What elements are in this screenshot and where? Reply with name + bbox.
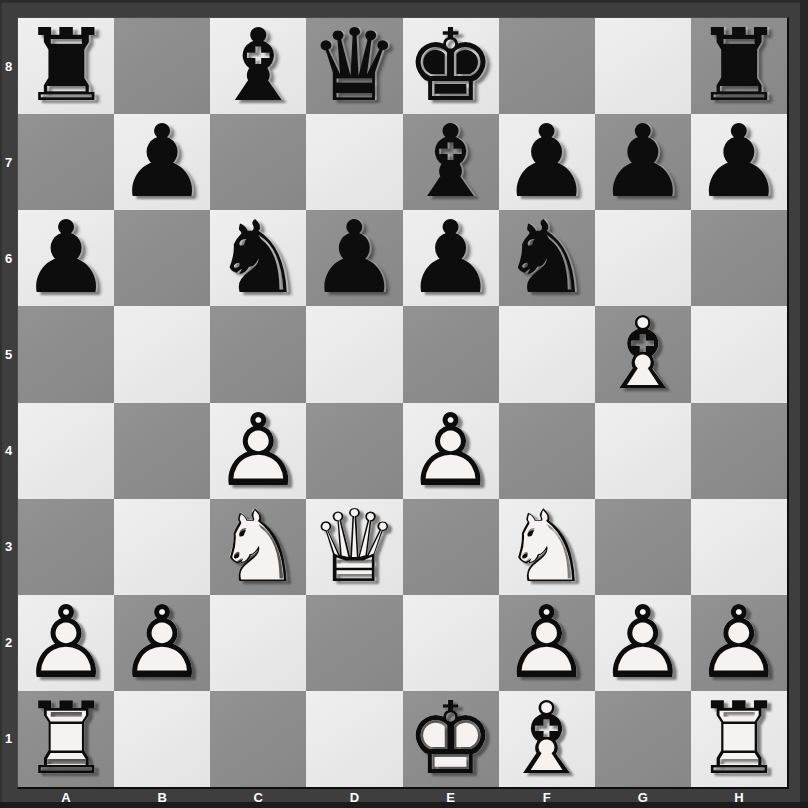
rank-label-3: 3 [0,499,17,595]
piece-outline-glyph: ♙ [595,595,691,691]
square-g3[interactable] [595,499,691,595]
piece-fill-glyph: ♟ [595,114,691,210]
square-h6[interactable] [691,210,787,306]
square-e5[interactable] [403,306,499,402]
piece-outline-glyph: ♗ [499,691,595,787]
square-b2[interactable]: ♟♙ [114,595,210,691]
rank-label-4: 4 [0,403,17,499]
rank-label-2: 2 [0,595,17,691]
piece-black-pawn[interactable]: ♟ [403,210,499,306]
file-label-a: A [18,789,114,806]
piece-white-bishop[interactable]: ♝♗ [595,306,691,402]
square-c7[interactable] [210,114,306,210]
piece-white-king[interactable]: ♚♔ [403,691,499,787]
square-a6[interactable]: ♟ [18,210,114,306]
square-a5[interactable] [18,306,114,402]
square-d1[interactable] [306,691,402,787]
rank-label-5: 5 [0,306,17,402]
file-label-c: C [210,789,306,806]
piece-fill-glyph: ♟ [18,210,114,306]
square-c1[interactable] [210,691,306,787]
square-g8[interactable] [595,18,691,114]
square-c3[interactable]: ♞♘ [210,499,306,595]
square-f4[interactable] [499,403,595,499]
piece-fill-glyph: ♟ [691,114,787,210]
square-a1[interactable]: ♜♖ [18,691,114,787]
piece-fill-glyph: ♜ [691,18,787,114]
square-h2[interactable]: ♟♙ [691,595,787,691]
square-c2[interactable] [210,595,306,691]
square-d7[interactable] [306,114,402,210]
piece-outline-glyph: ♖ [18,691,114,787]
square-h1[interactable]: ♜♖ [691,691,787,787]
square-c4[interactable]: ♟♙ [210,403,306,499]
piece-white-rook[interactable]: ♜♖ [691,691,787,787]
square-e6[interactable]: ♟ [403,210,499,306]
square-a7[interactable] [18,114,114,210]
piece-white-knight[interactable]: ♞♘ [499,499,595,595]
file-labels: ABCDEFGH [18,789,787,806]
piece-fill-glyph: ♞ [210,210,306,306]
chess-board-frame: 87654321 ♜♝♛♚♜♟♝♟♟♟♟♞♟♟♞♝♗♟♙♟♙♞♘♛♕♞♘♟♙♟♙… [0,0,808,808]
piece-white-pawn[interactable]: ♟♙ [210,403,306,499]
file-label-b: B [114,789,210,806]
square-h5[interactable] [691,306,787,402]
square-e8[interactable]: ♚ [403,18,499,114]
piece-black-knight[interactable]: ♞ [210,210,306,306]
piece-outline-glyph: ♙ [18,595,114,691]
square-b8[interactable] [114,18,210,114]
square-f1[interactable]: ♝♗ [499,691,595,787]
chess-board: ♜♝♛♚♜♟♝♟♟♟♟♞♟♟♞♝♗♟♙♟♙♞♘♛♕♞♘♟♙♟♙♟♙♟♙♟♙♜♖♚… [17,17,789,789]
piece-outline-glyph: ♙ [114,595,210,691]
piece-fill-glyph: ♟ [403,210,499,306]
piece-white-pawn[interactable]: ♟♙ [691,595,787,691]
square-a3[interactable] [18,499,114,595]
piece-black-queen[interactable]: ♛ [306,18,402,114]
square-h7[interactable]: ♟ [691,114,787,210]
square-h3[interactable] [691,499,787,595]
square-e3[interactable] [403,499,499,595]
piece-white-bishop[interactable]: ♝♗ [499,691,595,787]
square-b5[interactable] [114,306,210,402]
square-b7[interactable]: ♟ [114,114,210,210]
square-h8[interactable]: ♜ [691,18,787,114]
square-e7[interactable]: ♝ [403,114,499,210]
file-label-e: E [403,789,499,806]
square-d2[interactable] [306,595,402,691]
piece-white-pawn[interactable]: ♟♙ [403,403,499,499]
square-a8[interactable]: ♜ [18,18,114,114]
piece-black-rook[interactable]: ♜ [18,18,114,114]
file-label-d: D [306,789,402,806]
rank-labels: 87654321 [0,18,17,787]
piece-white-knight[interactable]: ♞♘ [210,499,306,595]
piece-white-queen[interactable]: ♛♕ [306,499,402,595]
square-f5[interactable] [499,306,595,402]
piece-fill-glyph: ♜ [18,18,114,114]
piece-white-rook[interactable]: ♜♖ [18,691,114,787]
piece-black-pawn[interactable]: ♟ [499,114,595,210]
square-b3[interactable] [114,499,210,595]
piece-outline-glyph: ♙ [499,595,595,691]
rank-label-6: 6 [0,210,17,306]
piece-black-pawn[interactable]: ♟ [691,114,787,210]
square-b1[interactable] [114,691,210,787]
piece-outline-glyph: ♙ [691,595,787,691]
square-e1[interactable]: ♚♔ [403,691,499,787]
piece-black-pawn[interactable]: ♟ [18,210,114,306]
square-f7[interactable]: ♟ [499,114,595,210]
piece-black-bishop[interactable]: ♝ [403,114,499,210]
square-g7[interactable]: ♟ [595,114,691,210]
square-h4[interactable] [691,403,787,499]
square-g1[interactable] [595,691,691,787]
piece-black-knight[interactable]: ♞ [499,210,595,306]
square-d3[interactable]: ♛♕ [306,499,402,595]
piece-black-bishop[interactable]: ♝ [210,18,306,114]
square-c8[interactable]: ♝ [210,18,306,114]
square-b6[interactable] [114,210,210,306]
square-e4[interactable]: ♟♙ [403,403,499,499]
square-e2[interactable] [403,595,499,691]
piece-outline-glyph: ♗ [595,306,691,402]
piece-fill-glyph: ♞ [499,210,595,306]
piece-outline-glyph: ♖ [691,691,787,787]
piece-outline-glyph: ♕ [306,499,402,595]
piece-outline-glyph: ♙ [403,403,499,499]
piece-white-pawn[interactable]: ♟♙ [18,595,114,691]
piece-fill-glyph: ♟ [306,210,402,306]
square-f3[interactable]: ♞♘ [499,499,595,595]
rank-label-1: 1 [0,691,17,787]
piece-black-king[interactable]: ♚ [403,18,499,114]
square-g2[interactable]: ♟♙ [595,595,691,691]
square-d5[interactable] [306,306,402,402]
square-f2[interactable]: ♟♙ [499,595,595,691]
piece-black-pawn[interactable]: ♟ [114,114,210,210]
piece-fill-glyph: ♟ [114,114,210,210]
piece-outline-glyph: ♔ [403,691,499,787]
square-c5[interactable] [210,306,306,402]
piece-white-pawn[interactable]: ♟♙ [595,595,691,691]
piece-black-pawn[interactable]: ♟ [595,114,691,210]
piece-outline-glyph: ♙ [210,403,306,499]
square-c6[interactable]: ♞ [210,210,306,306]
piece-fill-glyph: ♛ [306,18,402,114]
square-a4[interactable] [18,403,114,499]
piece-fill-glyph: ♚ [403,18,499,114]
square-g4[interactable] [595,403,691,499]
piece-fill-glyph: ♝ [210,18,306,114]
rank-label-7: 7 [0,114,17,210]
square-d4[interactable] [306,403,402,499]
square-f8[interactable] [499,18,595,114]
piece-fill-glyph: ♟ [499,114,595,210]
square-f6[interactable]: ♞ [499,210,595,306]
piece-white-pawn[interactable]: ♟♙ [499,595,595,691]
square-a2[interactable]: ♟♙ [18,595,114,691]
piece-outline-glyph: ♘ [210,499,306,595]
piece-outline-glyph: ♘ [499,499,595,595]
square-d8[interactable]: ♛ [306,18,402,114]
piece-black-rook[interactable]: ♜ [691,18,787,114]
file-label-h: H [691,789,787,806]
piece-white-pawn[interactable]: ♟♙ [114,595,210,691]
file-label-f: F [499,789,595,806]
piece-black-pawn[interactable]: ♟ [306,210,402,306]
file-label-g: G [595,789,691,806]
square-g6[interactable] [595,210,691,306]
square-b4[interactable] [114,403,210,499]
square-g5[interactable]: ♝♗ [595,306,691,402]
rank-label-8: 8 [0,18,17,114]
square-d6[interactable]: ♟ [306,210,402,306]
piece-fill-glyph: ♝ [403,114,499,210]
